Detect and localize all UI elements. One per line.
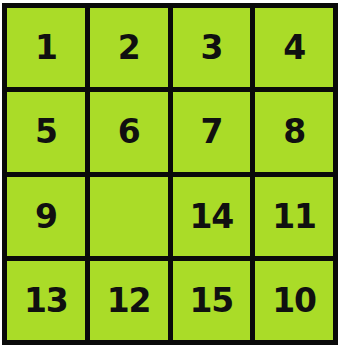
- tile-3[interactable]: 3: [173, 8, 251, 87]
- page: 1 2 3 4 5 6 7 8 9 14 11 13 12 15 10: [0, 0, 342, 348]
- tile-4[interactable]: 4: [255, 8, 333, 87]
- tile-10[interactable]: 10: [255, 261, 333, 340]
- tile-15[interactable]: 15: [173, 261, 251, 340]
- blank-cell: [90, 177, 168, 256]
- tile-12[interactable]: 12: [90, 261, 168, 340]
- tile-11[interactable]: 11: [255, 177, 333, 256]
- tile-14[interactable]: 14: [173, 177, 251, 256]
- tile-9[interactable]: 9: [7, 177, 85, 256]
- tile-2[interactable]: 2: [90, 8, 168, 87]
- tile-13[interactable]: 13: [7, 261, 85, 340]
- tile-8[interactable]: 8: [255, 92, 333, 171]
- fifteen-puzzle-board: 1 2 3 4 5 6 7 8 9 14 11 13 12 15 10: [2, 3, 338, 345]
- tile-1[interactable]: 1: [7, 8, 85, 87]
- tile-6[interactable]: 6: [90, 92, 168, 171]
- tile-5[interactable]: 5: [7, 92, 85, 171]
- tile-7[interactable]: 7: [173, 92, 251, 171]
